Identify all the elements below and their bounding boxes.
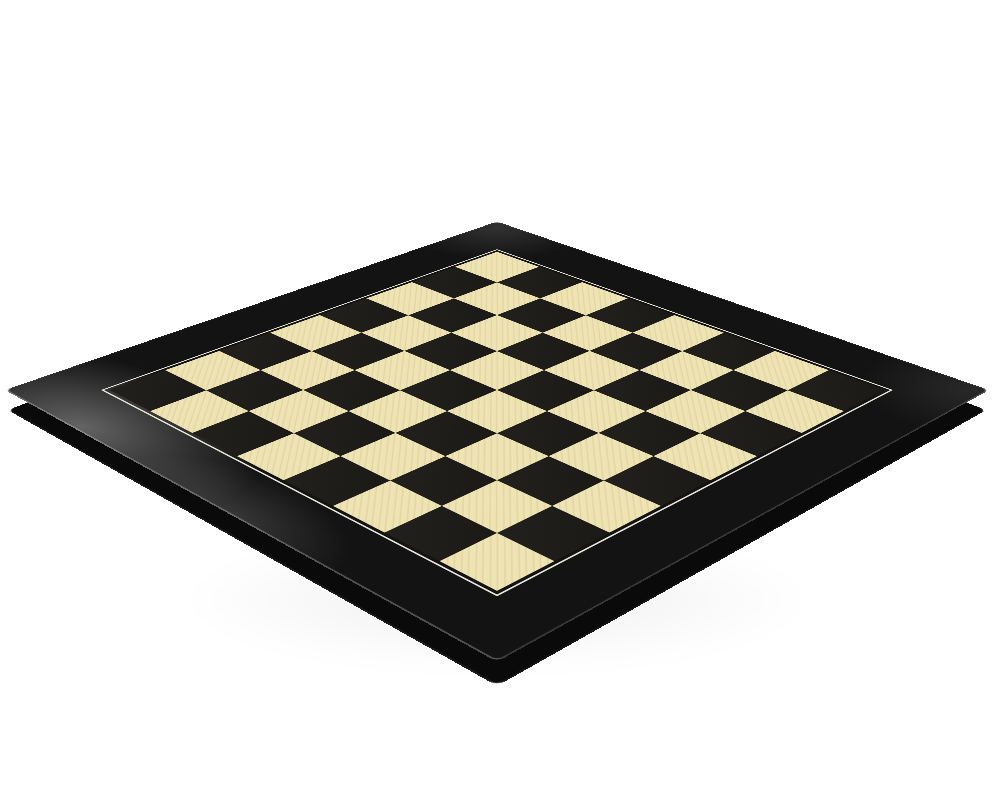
board-scene (0, 0, 1000, 800)
product-photo (0, 0, 1000, 800)
